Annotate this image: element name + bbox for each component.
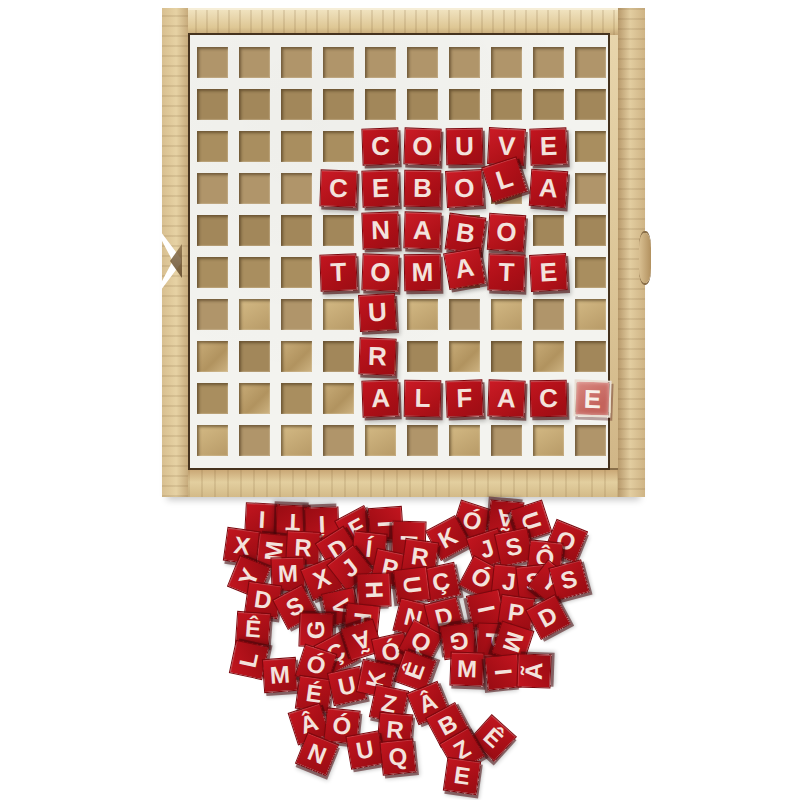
board-cell-r10c6[interactable]: [407, 425, 438, 456]
board-cell-r8c9[interactable]: [533, 341, 564, 372]
pile-tile-u[interactable]: U: [345, 730, 384, 769]
board-cell-r1c7[interactable]: [449, 47, 480, 78]
board-cell-r10c10[interactable]: [575, 425, 606, 456]
board-cell-r5c4[interactable]: [323, 215, 354, 246]
board-tile-n-r5c5[interactable]: N: [361, 211, 399, 249]
board-cell-r2c9[interactable]: [533, 89, 564, 120]
board-cell-r1c3[interactable]: [281, 47, 312, 78]
board-tile-a-r5c6[interactable]: A: [403, 211, 441, 249]
board-tile-c-r9c9[interactable]: C: [530, 380, 568, 418]
pile-tile-h[interactable]: H: [356, 572, 391, 607]
board-cell-r10c7[interactable]: [449, 425, 480, 456]
board-cell-r3c4[interactable]: [323, 131, 354, 162]
board-tile-e-r9c10[interactable]: E: [573, 379, 611, 417]
board-cell-r2c3[interactable]: [281, 89, 312, 120]
board-tile-o-r6c5[interactable]: O: [361, 253, 399, 291]
board-cell-r10c2[interactable]: [239, 425, 270, 456]
board-cell-r2c1[interactable]: [197, 89, 228, 120]
board-cell-r7c1[interactable]: [197, 299, 228, 330]
board-cell-r10c3[interactable]: [281, 425, 312, 456]
board-cell-r2c6[interactable]: [407, 89, 438, 120]
board-cell-r5c9[interactable]: [533, 215, 564, 246]
wooden-game-box: COUVECEBOLANABOTOMATEURALFACE: [162, 8, 645, 497]
board-cell-r9c4[interactable]: [323, 383, 354, 414]
board-cell-r3c1[interactable]: [197, 131, 228, 162]
board-tile-l-r9c6[interactable]: L: [404, 380, 442, 418]
board-cell-r10c8[interactable]: [491, 425, 522, 456]
pile-tile-ã[interactable]: Ã: [516, 653, 551, 688]
board-cell-r8c1[interactable]: [197, 341, 228, 372]
board-tile-u-r3c7[interactable]: U: [446, 128, 484, 166]
board-cell-r8c10[interactable]: [575, 341, 606, 372]
pile-tile-m[interactable]: M: [449, 651, 484, 686]
board-tile-c-r3c5[interactable]: C: [361, 127, 399, 165]
box-frame-left-rail: [162, 8, 188, 497]
board-cell-r5c10[interactable]: [575, 215, 606, 246]
board-tile-b-r4c6[interactable]: B: [404, 170, 442, 208]
board-cell-r9c3[interactable]: [281, 383, 312, 414]
box-frame-bottom-rail: [162, 468, 645, 497]
board-cell-r7c8[interactable]: [491, 299, 522, 330]
box-frame-right-rail: [618, 8, 645, 497]
board-cell-r1c1[interactable]: [197, 47, 228, 78]
board-cell-r7c2[interactable]: [239, 299, 270, 330]
board-tile-e-r6c9[interactable]: E: [529, 253, 568, 292]
board-cell-r1c4[interactable]: [323, 47, 354, 78]
board-cell-r8c3[interactable]: [281, 341, 312, 372]
board-cell-r5c2[interactable]: [239, 215, 270, 246]
board-cell-r2c10[interactable]: [575, 89, 606, 120]
board-cell-r7c6[interactable]: [407, 299, 438, 330]
board-cell-r10c9[interactable]: [533, 425, 564, 456]
board-cell-r3c3[interactable]: [281, 131, 312, 162]
board-cell-r8c4[interactable]: [323, 341, 354, 372]
board-cell-r1c5[interactable]: [365, 47, 396, 78]
board-tile-a-r6c7[interactable]: A: [443, 247, 486, 290]
board-tile-a-r9c8[interactable]: A: [487, 379, 525, 417]
right-lid-tab: [639, 233, 651, 283]
board-cell-r6c2[interactable]: [239, 257, 270, 288]
board-panel: COUVECEBOLANABOTOMATEURALFACE: [188, 33, 610, 470]
pile-tile-q[interactable]: Q: [379, 738, 416, 775]
board-tile-o-r4c7[interactable]: O: [445, 169, 484, 208]
board-tile-a-r4c9[interactable]: A: [529, 169, 568, 208]
board-tile-e-r4c5[interactable]: E: [361, 169, 399, 207]
board-tile-e-r3c9[interactable]: E: [529, 127, 567, 165]
board-tile-u-r7c5[interactable]: U: [358, 293, 397, 332]
board-cell-r1c8[interactable]: [491, 47, 522, 78]
board-cell-r8c2[interactable]: [239, 341, 270, 372]
board-cell-r7c9[interactable]: [533, 299, 564, 330]
board-tile-m-r6c6[interactable]: M: [404, 254, 442, 292]
board-cell-r9c2[interactable]: [239, 383, 270, 414]
board-cell-r4c2[interactable]: [239, 173, 270, 204]
board-tile-a-r9c5[interactable]: A: [361, 379, 399, 417]
board-cell-r6c10[interactable]: [575, 257, 606, 288]
pile-tile-e[interactable]: E: [443, 757, 481, 795]
board-tile-c-r4c4[interactable]: C: [319, 169, 357, 207]
board-tile-o-r5c8[interactable]: O: [487, 213, 526, 252]
board-cell-r4c1[interactable]: [197, 173, 228, 204]
board-cell-r10c1[interactable]: [197, 425, 228, 456]
board-cell-r6c3[interactable]: [281, 257, 312, 288]
board-cell-r1c10[interactable]: [575, 47, 606, 78]
board-tile-r-r8c5[interactable]: R: [358, 337, 396, 375]
board-cell-r5c3[interactable]: [281, 215, 312, 246]
board-cell-r7c10[interactable]: [575, 299, 606, 330]
board-cell-r8c8[interactable]: [491, 341, 522, 372]
pile-tile-u[interactable]: U: [393, 566, 431, 604]
board-cell-r7c3[interactable]: [281, 299, 312, 330]
board-cell-r2c8[interactable]: [491, 89, 522, 120]
board-cell-r8c7[interactable]: [449, 341, 480, 372]
board-cell-r7c7[interactable]: [449, 299, 480, 330]
board-cell-r9c1[interactable]: [197, 383, 228, 414]
board-tile-f-r9c7[interactable]: F: [445, 379, 483, 417]
board-cell-r4c3[interactable]: [281, 173, 312, 204]
board-tile-t-r6c8[interactable]: T: [487, 253, 525, 291]
board-cell-r2c4[interactable]: [323, 89, 354, 120]
board-cell-r6c1[interactable]: [197, 257, 228, 288]
board-cell-r2c2[interactable]: [239, 89, 270, 120]
board-cell-r5c1[interactable]: [197, 215, 228, 246]
board-cell-r3c2[interactable]: [239, 131, 270, 162]
board-tile-o-r3c6[interactable]: O: [403, 127, 441, 165]
board-cell-r3c10[interactable]: [575, 131, 606, 162]
board-tile-b-r5c7[interactable]: B: [445, 213, 487, 255]
board-tile-t-r6c4[interactable]: T: [319, 253, 357, 291]
board-cell-r2c7[interactable]: [449, 89, 480, 120]
board-cell-r4c10[interactable]: [575, 173, 606, 204]
board-cell-r1c6[interactable]: [407, 47, 438, 78]
box-frame-top-rail: [162, 8, 645, 35]
board-cell-r1c2[interactable]: [239, 47, 270, 78]
board-cell-r10c4[interactable]: [323, 425, 354, 456]
board-cell-r1c9[interactable]: [533, 47, 564, 78]
board-cell-r10c5[interactable]: [365, 425, 396, 456]
pile-tile-m[interactable]: M: [262, 657, 298, 693]
board-cell-r7c4[interactable]: [323, 299, 354, 330]
board-cell-r2c5[interactable]: [365, 89, 396, 120]
board-cell-r8c6[interactable]: [407, 341, 438, 372]
